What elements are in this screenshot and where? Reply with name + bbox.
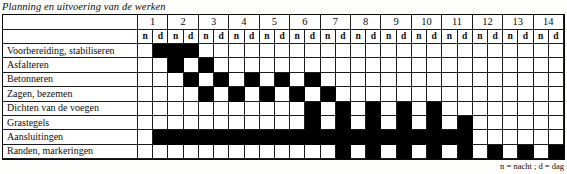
- task-label: Grastegels: [3, 116, 138, 130]
- gantt-cell: [199, 145, 214, 159]
- gantt-cell: [412, 102, 427, 116]
- gantt-cell: [168, 87, 183, 101]
- gantt-cell: [503, 58, 518, 72]
- shift-header-cell: n: [534, 30, 549, 44]
- gantt-cell: [427, 44, 442, 58]
- gantt-cell: [366, 44, 381, 58]
- gantt-cell-filled: [305, 73, 320, 87]
- gantt-cell: [260, 44, 275, 58]
- gantt-cell: [290, 102, 305, 116]
- gantt-cell: [534, 58, 549, 72]
- gantt-cell: [245, 145, 260, 159]
- gantt-cell: [473, 58, 488, 72]
- gantt-cell: [260, 145, 275, 159]
- task-label: Betonneren: [3, 73, 138, 87]
- gantt-cell: [534, 145, 549, 159]
- gantt-cell: [138, 73, 153, 87]
- shift-header-cell: d: [366, 30, 381, 44]
- gantt-cell-filled: [168, 130, 183, 144]
- gantt-cell: [534, 44, 549, 58]
- gantt-cell: [245, 58, 260, 72]
- gantt-cell: [397, 44, 412, 58]
- gantt-cell: [549, 102, 564, 116]
- shift-header-cell: n: [412, 30, 427, 44]
- gantt-cell: [534, 130, 549, 144]
- gantt-cell-filled: [168, 58, 183, 72]
- gantt-cell: [473, 130, 488, 144]
- gantt-cell: [351, 44, 366, 58]
- shift-header-cell: n: [138, 30, 153, 44]
- gantt-cell: [275, 116, 290, 130]
- gantt-cell: [275, 58, 290, 72]
- gantt-cell: [549, 130, 564, 144]
- gantt-cell: [503, 145, 518, 159]
- gantt-cell: [549, 116, 564, 130]
- week-header-cell: 11: [442, 15, 472, 30]
- gantt-cell-filled: [458, 145, 473, 159]
- gantt-cell: [305, 87, 320, 101]
- shift-header-cell: n: [321, 30, 336, 44]
- week-header-cell: 7: [321, 15, 351, 30]
- gantt-cell-filled: [245, 73, 260, 87]
- gantt-cell: [245, 116, 260, 130]
- gantt-cell: [351, 87, 366, 101]
- gantt-cell: [229, 116, 244, 130]
- gantt-cell: [229, 73, 244, 87]
- gantt-cell: [427, 87, 442, 101]
- gantt-cell: [184, 116, 199, 130]
- gantt-cell: [321, 44, 336, 58]
- gantt-cell: [549, 87, 564, 101]
- gantt-cell: [184, 87, 199, 101]
- gantt-cell-filled: [427, 116, 442, 130]
- gantt-cell: [153, 58, 168, 72]
- gantt-cell: [503, 73, 518, 87]
- gantt-cell-filled: [260, 87, 275, 101]
- gantt-cell: [321, 73, 336, 87]
- gantt-cell: [366, 73, 381, 87]
- gantt-cell-filled: [245, 130, 260, 144]
- task-label: Randen, markeringen: [3, 145, 138, 159]
- gantt-cell: [138, 44, 153, 58]
- gantt-cell: [549, 58, 564, 72]
- week-header-cell: 5: [260, 15, 290, 30]
- gantt-cell-filled: [427, 145, 442, 159]
- shift-header-cell: n: [442, 30, 457, 44]
- gantt-cell-filled: [275, 73, 290, 87]
- header-corner: [3, 15, 138, 30]
- gantt-cell-filled: [305, 116, 320, 130]
- gantt-cell: [245, 44, 260, 58]
- gantt-cell-filled: [260, 130, 275, 144]
- gantt-cell: [549, 73, 564, 87]
- gantt-cell-filled: [184, 73, 199, 87]
- shift-header-cell: n: [229, 30, 244, 44]
- gantt-cell: [153, 145, 168, 159]
- gantt-cell: [260, 58, 275, 72]
- gantt-cell-filled: [229, 87, 244, 101]
- gantt-cell-filled: [381, 130, 396, 144]
- gantt-cell: [138, 58, 153, 72]
- shift-header-cell: d: [336, 30, 351, 44]
- gantt-cell-filled: [153, 130, 168, 144]
- gantt-cell: [168, 145, 183, 159]
- gantt-cell: [473, 145, 488, 159]
- week-header-cell: 12: [473, 15, 503, 30]
- gantt-cell-filled: [168, 44, 183, 58]
- gantt-cell: [199, 44, 214, 58]
- gantt-cell: [412, 58, 427, 72]
- gantt-cell-filled: [229, 130, 244, 144]
- gantt-cell: [321, 145, 336, 159]
- gantt-cell: [305, 58, 320, 72]
- gantt-cell-filled: [397, 130, 412, 144]
- gantt-cell: [549, 44, 564, 58]
- gantt-cell-filled: [214, 130, 229, 144]
- gantt-cell: [168, 102, 183, 116]
- gantt-cell: [229, 102, 244, 116]
- gantt-cell: [214, 145, 229, 159]
- shift-header-cell: n: [381, 30, 396, 44]
- week-header-cell: 13: [503, 15, 533, 30]
- shift-header-cell: d: [458, 30, 473, 44]
- gantt-cell: [305, 44, 320, 58]
- gantt-cell: [138, 130, 153, 144]
- gantt-cell-filled: [412, 130, 427, 144]
- gantt-cell-filled: [458, 130, 473, 144]
- gantt-cell: [518, 73, 533, 87]
- gantt-cell: [442, 87, 457, 101]
- gantt-cell-filled: [518, 145, 533, 159]
- gantt-cell: [351, 102, 366, 116]
- gantt-cell: [199, 116, 214, 130]
- gantt-cell-filled: [153, 44, 168, 58]
- shift-header-cell: n: [199, 30, 214, 44]
- gantt-cell: [412, 44, 427, 58]
- gantt-cell: [214, 116, 229, 130]
- gantt-cell: [366, 58, 381, 72]
- gantt-cell: [381, 87, 396, 101]
- gantt-cell: [518, 102, 533, 116]
- gantt-cell: [518, 130, 533, 144]
- task-label: Voorbereiding, stabiliseren: [3, 44, 138, 58]
- shift-header-cell: n: [351, 30, 366, 44]
- gantt-cell-filled: [336, 116, 351, 130]
- week-header-cell: 8: [351, 15, 381, 30]
- gantt-cell: [488, 44, 503, 58]
- gantt-cell: [412, 145, 427, 159]
- gantt-cell-filled: [366, 116, 381, 130]
- gantt-cell: [412, 73, 427, 87]
- shift-header-cell: n: [168, 30, 183, 44]
- gantt-cell: [488, 58, 503, 72]
- shift-header-cell: n: [260, 30, 275, 44]
- gantt-cell: [503, 130, 518, 144]
- gantt-cell: [458, 73, 473, 87]
- gantt-cell: [153, 116, 168, 130]
- gantt-cell: [321, 58, 336, 72]
- gantt-cell: [275, 87, 290, 101]
- gantt-cell: [290, 58, 305, 72]
- gantt-cell-filled: [290, 87, 305, 101]
- gantt-cell: [351, 116, 366, 130]
- gantt-cell-filled: [184, 130, 199, 144]
- gantt-cell-filled: [199, 58, 214, 72]
- gantt-cell-filled: [366, 130, 381, 144]
- gantt-cell: [458, 44, 473, 58]
- gantt-cell: [229, 58, 244, 72]
- gantt-cell: [397, 58, 412, 72]
- shift-header-cell: n: [503, 30, 518, 44]
- gantt-cell: [473, 44, 488, 58]
- gantt-cell: [381, 58, 396, 72]
- gantt-cell-filled: [488, 145, 503, 159]
- shift-header-cell: d: [214, 30, 229, 44]
- gantt-cell-filled: [275, 130, 290, 144]
- gantt-cell: [138, 116, 153, 130]
- gantt-cell-filled: [336, 145, 351, 159]
- gantt-cell: [260, 102, 275, 116]
- gantt-cell: [336, 87, 351, 101]
- gantt-cell: [214, 102, 229, 116]
- gantt-cell: [458, 87, 473, 101]
- shift-header-cell: d: [518, 30, 533, 44]
- gantt-cell: [290, 145, 305, 159]
- week-header-cell: 2: [168, 15, 198, 30]
- gantt-cell: [488, 87, 503, 101]
- gantt-cell: [473, 116, 488, 130]
- gantt-cell: [442, 102, 457, 116]
- gantt-cell: [473, 102, 488, 116]
- gantt-cell-filled: [366, 102, 381, 116]
- gantt-cell: [503, 102, 518, 116]
- week-header-cell: 9: [381, 15, 411, 30]
- gantt-cell: [518, 44, 533, 58]
- shift-header-cell: d: [275, 30, 290, 44]
- gantt-cell: [199, 73, 214, 87]
- gantt-cell: [305, 145, 320, 159]
- shift-header-cell: d: [184, 30, 199, 44]
- gantt-cell: [442, 44, 457, 58]
- gantt-cell-filled: [199, 130, 214, 144]
- gantt-cell: [458, 58, 473, 72]
- gantt-cell: [412, 87, 427, 101]
- week-header-cell: 6: [290, 15, 320, 30]
- gantt-cell: [503, 116, 518, 130]
- gantt-cell-filled: [290, 130, 305, 144]
- gantt-cell: [290, 44, 305, 58]
- gantt-cell: [534, 102, 549, 116]
- gantt-cell-filled: [442, 130, 457, 144]
- gantt-cell: [290, 116, 305, 130]
- gantt-cell: [534, 87, 549, 101]
- gantt-cell-filled: [321, 87, 336, 101]
- gantt-cell: [381, 145, 396, 159]
- week-header-cell: 4: [229, 15, 259, 30]
- gantt-cell: [290, 73, 305, 87]
- gantt-cell-filled: [366, 145, 381, 159]
- gantt-cell-filled: [199, 87, 214, 101]
- gantt-cell: [351, 58, 366, 72]
- gantt-cell: [488, 116, 503, 130]
- gantt-cell: [518, 87, 533, 101]
- gantt-cell: [153, 102, 168, 116]
- gantt-cell-filled: [427, 102, 442, 116]
- gantt-cell: [184, 58, 199, 72]
- gantt-cell: [184, 145, 199, 159]
- gantt-cell: [442, 145, 457, 159]
- shift-header-cell: d: [245, 30, 260, 44]
- gantt-cell: [381, 116, 396, 130]
- gantt-cell: [351, 145, 366, 159]
- header-corner: [3, 30, 138, 44]
- gantt-cell: [473, 87, 488, 101]
- task-label: Zagen, bezemen: [3, 87, 138, 101]
- gantt-cell: [229, 44, 244, 58]
- gantt-cell: [427, 58, 442, 72]
- gantt-cell: [351, 73, 366, 87]
- gantt-cell: [442, 73, 457, 87]
- gantt-cell-filled: [549, 145, 564, 159]
- gantt-cell: [518, 58, 533, 72]
- gantt-cell: [199, 102, 214, 116]
- gantt-cell: [503, 87, 518, 101]
- gantt-cell-filled: [214, 73, 229, 87]
- gantt-cell: [260, 73, 275, 87]
- gantt-cell-filled: [321, 130, 336, 144]
- gantt-cell: [138, 145, 153, 159]
- gantt-cell: [458, 102, 473, 116]
- week-header-cell: 10: [412, 15, 442, 30]
- gantt-cell: [214, 87, 229, 101]
- gantt-cell: [321, 116, 336, 130]
- gantt-cell-filled: [305, 102, 320, 116]
- task-label: Dichten van de voegen: [3, 102, 138, 116]
- gantt-cell: [503, 44, 518, 58]
- gantt-cell: [260, 116, 275, 130]
- gantt-cell: [366, 87, 381, 101]
- gantt-cell: [153, 73, 168, 87]
- gantt-cell: [534, 116, 549, 130]
- gantt-cell-filled: [305, 130, 320, 144]
- gantt-grid: 1234567891011121314ndndndndndndndndndndn…: [2, 14, 565, 160]
- gantt-cell: [488, 73, 503, 87]
- gantt-cell: [381, 73, 396, 87]
- shift-header-cell: d: [305, 30, 320, 44]
- page-title: Planning en uitvoering van de werken: [2, 0, 166, 13]
- shift-header-cell: n: [473, 30, 488, 44]
- gantt-cell: [275, 145, 290, 159]
- gantt-cell: [397, 87, 412, 101]
- gantt-cell-filled: [397, 145, 412, 159]
- gantt-cell: [336, 73, 351, 87]
- shift-header-cell: d: [427, 30, 442, 44]
- gantt-cell: [442, 58, 457, 72]
- gantt-cell: [381, 102, 396, 116]
- shift-header-cell: d: [397, 30, 412, 44]
- gantt-cell: [245, 102, 260, 116]
- gantt-cell: [473, 73, 488, 87]
- gantt-cell: [397, 73, 412, 87]
- legend-footnote: n = nacht ; d = dag: [500, 161, 564, 171]
- gantt-cell-filled: [397, 102, 412, 116]
- gantt-cell: [488, 130, 503, 144]
- gantt-cell: [427, 73, 442, 87]
- gantt-cell: [336, 58, 351, 72]
- gantt-cell: [138, 87, 153, 101]
- gantt-cell: [275, 102, 290, 116]
- week-header-cell: 14: [534, 15, 564, 30]
- gantt-cell-filled: [184, 44, 199, 58]
- gantt-cell: [245, 87, 260, 101]
- gantt-cell: [214, 44, 229, 58]
- gantt-cell: [518, 116, 533, 130]
- week-header-cell: 1: [138, 15, 168, 30]
- gantt-cell: [381, 44, 396, 58]
- gantt-cell: [534, 73, 549, 87]
- gantt-cell: [488, 102, 503, 116]
- gantt-cell-filled: [458, 116, 473, 130]
- gantt-cell: [229, 145, 244, 159]
- shift-header-cell: d: [549, 30, 564, 44]
- gantt-cell: [321, 102, 336, 116]
- gantt-cell-filled: [397, 116, 412, 130]
- gantt-cell: [168, 116, 183, 130]
- shift-header-cell: n: [290, 30, 305, 44]
- task-label: Asfalteren: [3, 58, 138, 72]
- gantt-cell-filled: [336, 102, 351, 116]
- gantt-cell-filled: [336, 130, 351, 144]
- gantt-cell: [168, 73, 183, 87]
- gantt-cell: [336, 44, 351, 58]
- week-header-cell: 3: [199, 15, 229, 30]
- shift-header-cell: d: [488, 30, 503, 44]
- shift-header-cell: d: [153, 30, 168, 44]
- gantt-cell: [412, 116, 427, 130]
- gantt-cell: [153, 87, 168, 101]
- gantt-cell-filled: [351, 130, 366, 144]
- gantt-cell-filled: [427, 130, 442, 144]
- gantt-cell: [138, 102, 153, 116]
- gantt-cell: [214, 58, 229, 72]
- task-label: Aansluitingen: [3, 130, 138, 144]
- gantt-cell: [442, 116, 457, 130]
- gantt-cell: [184, 102, 199, 116]
- gantt-cell: [275, 44, 290, 58]
